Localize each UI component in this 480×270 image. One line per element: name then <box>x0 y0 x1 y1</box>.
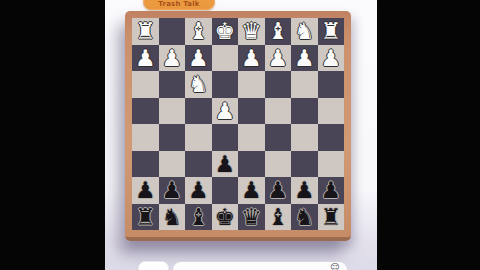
square-g5[interactable] <box>159 124 186 151</box>
square-d5[interactable] <box>238 124 265 151</box>
square-f6[interactable] <box>185 151 212 178</box>
square-a8[interactable]: ♜ <box>318 204 345 231</box>
square-h2[interactable]: ♟ <box>132 45 159 72</box>
square-a6[interactable] <box>318 151 345 178</box>
square-b3[interactable] <box>291 71 318 98</box>
square-e5[interactable] <box>212 124 239 151</box>
square-c7[interactable]: ♟ <box>265 177 292 204</box>
white-rook: ♜ <box>132 18 159 45</box>
white-bishop: ♝ <box>185 18 212 45</box>
black-pawn: ♟ <box>238 177 265 204</box>
square-c4[interactable] <box>265 98 292 125</box>
letterbox-left <box>0 0 105 270</box>
white-king: ♚ <box>212 18 239 45</box>
square-e2[interactable] <box>212 45 239 72</box>
square-h4[interactable] <box>132 98 159 125</box>
square-g8[interactable]: ♞ <box>159 204 186 231</box>
white-pawn: ♟ <box>265 45 292 72</box>
square-e3[interactable] <box>212 71 239 98</box>
square-b5[interactable] <box>291 124 318 151</box>
white-pawn: ♟ <box>159 45 186 72</box>
white-pawn: ♟ <box>318 45 345 72</box>
black-pawn: ♟ <box>185 177 212 204</box>
square-a4[interactable] <box>318 98 345 125</box>
square-h5[interactable] <box>132 124 159 151</box>
square-b2[interactable]: ♟ <box>291 45 318 72</box>
square-e1[interactable]: ♚ <box>212 18 239 45</box>
square-g7[interactable]: ♟ <box>159 177 186 204</box>
black-bishop: ♝ <box>265 204 292 231</box>
square-b1[interactable]: ♞ <box>291 18 318 45</box>
square-f8[interactable]: ♝ <box>185 204 212 231</box>
square-b7[interactable]: ♟ <box>291 177 318 204</box>
square-d3[interactable] <box>238 71 265 98</box>
square-f7[interactable]: ♟ <box>185 177 212 204</box>
square-g3[interactable] <box>159 71 186 98</box>
black-rook: ♜ <box>132 204 159 231</box>
square-b8[interactable]: ♞ <box>291 204 318 231</box>
square-g4[interactable] <box>159 98 186 125</box>
black-pawn: ♟ <box>265 177 292 204</box>
white-pawn: ♟ <box>185 45 212 72</box>
square-e4[interactable]: ♟ <box>212 98 239 125</box>
square-c5[interactable] <box>265 124 292 151</box>
square-f2[interactable]: ♟ <box>185 45 212 72</box>
square-f1[interactable]: ♝ <box>185 18 212 45</box>
square-e7[interactable] <box>212 177 239 204</box>
square-g1[interactable] <box>159 18 186 45</box>
square-f5[interactable] <box>185 124 212 151</box>
black-knight: ♞ <box>291 204 318 231</box>
black-bishop: ♝ <box>185 204 212 231</box>
square-a3[interactable] <box>318 71 345 98</box>
square-c3[interactable] <box>265 71 292 98</box>
black-pawn: ♟ <box>212 151 239 178</box>
chess-board: ♜♝♚♛♝♞♜♟♟♟♟♟♟♟♞♟♟♟♟♟♟♟♟♟♜♞♝♚♛♝♞♜ <box>132 18 344 230</box>
black-rook: ♜ <box>318 204 345 231</box>
square-f4[interactable] <box>185 98 212 125</box>
white-knight: ♞ <box>185 71 212 98</box>
square-h3[interactable] <box>132 71 159 98</box>
video-strip: Trash Talk ♜♝♚♛♝♞♜♟♟♟♟♟♟♟♞♟♟♟♟♟♟♟♟♟♜♞♝♚♛… <box>105 0 377 270</box>
white-pawn: ♟ <box>291 45 318 72</box>
comment-input[interactable] <box>172 261 348 270</box>
square-g6[interactable] <box>159 151 186 178</box>
black-king: ♚ <box>212 204 239 231</box>
white-pawn: ♟ <box>132 45 159 72</box>
white-queen: ♛ <box>238 18 265 45</box>
black-pawn: ♟ <box>159 177 186 204</box>
square-d1[interactable]: ♛ <box>238 18 265 45</box>
square-e8[interactable]: ♚ <box>212 204 239 231</box>
square-b6[interactable] <box>291 151 318 178</box>
white-pawn: ♟ <box>238 45 265 72</box>
square-d2[interactable]: ♟ <box>238 45 265 72</box>
square-f3[interactable]: ♞ <box>185 71 212 98</box>
square-h6[interactable] <box>132 151 159 178</box>
black-pawn: ♟ <box>318 177 345 204</box>
square-h1[interactable]: ♜ <box>132 18 159 45</box>
square-h7[interactable]: ♟ <box>132 177 159 204</box>
square-a1[interactable]: ♜ <box>318 18 345 45</box>
square-c6[interactable] <box>265 151 292 178</box>
square-d6[interactable] <box>238 151 265 178</box>
black-knight: ♞ <box>159 204 186 231</box>
screen: Trash Talk ♜♝♚♛♝♞♜♟♟♟♟♟♟♟♞♟♟♟♟♟♟♟♟♟♜♞♝♚♛… <box>0 0 480 270</box>
letterbox-right <box>377 0 480 270</box>
square-c8[interactable]: ♝ <box>265 204 292 231</box>
black-queen: ♛ <box>238 204 265 231</box>
square-c1[interactable]: ♝ <box>265 18 292 45</box>
square-b4[interactable] <box>291 98 318 125</box>
black-pawn: ♟ <box>291 177 318 204</box>
square-e6[interactable]: ♟ <box>212 151 239 178</box>
chess-board-frame: ♜♝♚♛♝♞♜♟♟♟♟♟♟♟♞♟♟♟♟♟♟♟♟♟♜♞♝♚♛♝♞♜ <box>125 11 351 241</box>
square-d7[interactable]: ♟ <box>238 177 265 204</box>
square-a2[interactable]: ♟ <box>318 45 345 72</box>
white-bishop: ♝ <box>265 18 292 45</box>
square-g2[interactable]: ♟ <box>159 45 186 72</box>
emoji-icon[interactable]: ☺ <box>330 263 339 270</box>
square-c2[interactable]: ♟ <box>265 45 292 72</box>
square-d8[interactable]: ♛ <box>238 204 265 231</box>
caption-pill-label: Trash Talk <box>158 0 199 9</box>
composer-side-button[interactable] <box>138 261 169 270</box>
white-rook: ♜ <box>318 18 345 45</box>
caption-pill: Trash Talk <box>143 0 215 10</box>
square-a5[interactable] <box>318 124 345 151</box>
black-pawn: ♟ <box>132 177 159 204</box>
square-d4[interactable] <box>238 98 265 125</box>
square-a7[interactable]: ♟ <box>318 177 345 204</box>
square-h8[interactable]: ♜ <box>132 204 159 231</box>
white-pawn: ♟ <box>212 98 239 125</box>
white-knight: ♞ <box>291 18 318 45</box>
